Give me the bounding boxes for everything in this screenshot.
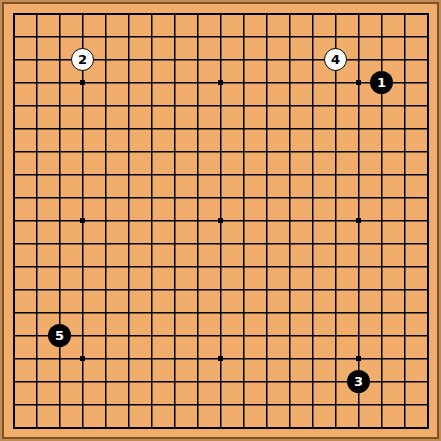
intersection-7-16[interactable] (140, 347, 163, 370)
intersection-2-7[interactable] (25, 140, 48, 163)
intersection-3-4[interactable] (48, 71, 71, 94)
intersection-2-15[interactable] (25, 324, 48, 347)
intersection-6-17[interactable] (117, 370, 140, 393)
intersection-6-19[interactable] (117, 416, 140, 439)
intersection-4-15[interactable] (71, 324, 94, 347)
intersection-11-15[interactable] (232, 324, 255, 347)
intersection-19-14[interactable] (416, 301, 439, 324)
intersection-8-13[interactable] (163, 278, 186, 301)
intersection-4-7[interactable] (71, 140, 94, 163)
intersection-5-5[interactable] (94, 94, 117, 117)
intersection-12-16[interactable] (255, 347, 278, 370)
intersection-16-11[interactable] (347, 232, 370, 255)
intersection-13-16[interactable] (278, 347, 301, 370)
intersection-14-12[interactable] (301, 255, 324, 278)
intersection-18-9[interactable] (393, 186, 416, 209)
intersection-9-17[interactable] (186, 370, 209, 393)
intersection-6-3[interactable] (117, 48, 140, 71)
intersection-7-7[interactable] (140, 140, 163, 163)
intersection-11-10[interactable] (232, 209, 255, 232)
intersection-13-3[interactable] (278, 48, 301, 71)
intersection-10-18[interactable] (209, 393, 232, 416)
intersection-6-7[interactable] (117, 140, 140, 163)
intersection-15-18[interactable] (324, 393, 347, 416)
intersection-9-18[interactable] (186, 393, 209, 416)
intersection-19-19[interactable] (416, 416, 439, 439)
intersection-3-5[interactable] (48, 94, 71, 117)
intersection-7-3[interactable] (140, 48, 163, 71)
intersection-1-15[interactable] (2, 324, 25, 347)
intersection-14-18[interactable] (301, 393, 324, 416)
intersection-15-4[interactable] (324, 71, 347, 94)
intersection-4-2[interactable] (71, 25, 94, 48)
intersection-3-12[interactable] (48, 255, 71, 278)
intersection-5-18[interactable] (94, 393, 117, 416)
intersection-19-12[interactable] (416, 255, 439, 278)
intersection-2-11[interactable] (25, 232, 48, 255)
intersection-12-10[interactable] (255, 209, 278, 232)
intersection-8-16[interactable] (163, 347, 186, 370)
intersection-6-4[interactable] (117, 71, 140, 94)
intersection-6-13[interactable] (117, 278, 140, 301)
intersection-19-4[interactable] (416, 71, 439, 94)
intersection-10-13[interactable] (209, 278, 232, 301)
intersection-1-17[interactable] (2, 370, 25, 393)
intersection-8-17[interactable] (163, 370, 186, 393)
intersection-1-8[interactable] (2, 163, 25, 186)
intersection-14-14[interactable] (301, 301, 324, 324)
intersection-8-12[interactable] (163, 255, 186, 278)
intersection-18-15[interactable] (393, 324, 416, 347)
intersection-15-7[interactable] (324, 140, 347, 163)
intersection-15-11[interactable] (324, 232, 347, 255)
intersection-1-16[interactable] (2, 347, 25, 370)
intersection-13-15[interactable] (278, 324, 301, 347)
intersection-17-16[interactable] (370, 347, 393, 370)
intersection-8-10[interactable] (163, 209, 186, 232)
intersection-17-7[interactable] (370, 140, 393, 163)
intersection-2-16[interactable] (25, 347, 48, 370)
intersection-11-1[interactable] (232, 2, 255, 25)
intersection-5-1[interactable] (94, 2, 117, 25)
intersection-8-8[interactable] (163, 163, 186, 186)
intersection-12-13[interactable] (255, 278, 278, 301)
intersection-7-17[interactable] (140, 370, 163, 393)
intersection-1-13[interactable] (2, 278, 25, 301)
intersection-1-18[interactable] (2, 393, 25, 416)
intersection-14-10[interactable] (301, 209, 324, 232)
intersection-9-14[interactable] (186, 301, 209, 324)
intersection-16-12[interactable] (347, 255, 370, 278)
intersection-11-19[interactable] (232, 416, 255, 439)
intersection-1-7[interactable] (2, 140, 25, 163)
intersection-5-13[interactable] (94, 278, 117, 301)
intersection-16-6[interactable] (347, 117, 370, 140)
intersection-17-11[interactable] (370, 232, 393, 255)
intersection-3-14[interactable] (48, 301, 71, 324)
intersection-19-3[interactable] (416, 48, 439, 71)
intersection-9-13[interactable] (186, 278, 209, 301)
intersection-15-3[interactable]: 4 (324, 48, 347, 71)
intersection-11-16[interactable] (232, 347, 255, 370)
intersection-13-11[interactable] (278, 232, 301, 255)
intersection-18-1[interactable] (393, 2, 416, 25)
intersection-12-15[interactable] (255, 324, 278, 347)
intersection-3-13[interactable] (48, 278, 71, 301)
intersection-5-15[interactable] (94, 324, 117, 347)
intersection-3-10[interactable] (48, 209, 71, 232)
intersection-3-18[interactable] (48, 393, 71, 416)
intersection-8-15[interactable] (163, 324, 186, 347)
intersection-17-13[interactable] (370, 278, 393, 301)
intersection-3-1[interactable] (48, 2, 71, 25)
intersection-6-16[interactable] (117, 347, 140, 370)
intersection-15-6[interactable] (324, 117, 347, 140)
intersection-11-18[interactable] (232, 393, 255, 416)
intersection-19-2[interactable] (416, 25, 439, 48)
intersection-11-6[interactable] (232, 117, 255, 140)
intersection-2-6[interactable] (25, 117, 48, 140)
intersection-4-11[interactable] (71, 232, 94, 255)
intersection-11-2[interactable] (232, 25, 255, 48)
intersection-4-19[interactable] (71, 416, 94, 439)
intersection-6-1[interactable] (117, 2, 140, 25)
intersection-8-4[interactable] (163, 71, 186, 94)
intersection-14-13[interactable] (301, 278, 324, 301)
intersection-10-7[interactable] (209, 140, 232, 163)
intersection-9-3[interactable] (186, 48, 209, 71)
intersection-6-6[interactable] (117, 117, 140, 140)
intersection-9-9[interactable] (186, 186, 209, 209)
intersection-12-2[interactable] (255, 25, 278, 48)
intersection-13-13[interactable] (278, 278, 301, 301)
intersection-12-14[interactable] (255, 301, 278, 324)
intersection-17-10[interactable] (370, 209, 393, 232)
intersection-4-18[interactable] (71, 393, 94, 416)
intersection-1-19[interactable] (2, 416, 25, 439)
intersection-10-4[interactable] (209, 71, 232, 94)
intersection-16-18[interactable] (347, 393, 370, 416)
intersection-14-7[interactable] (301, 140, 324, 163)
intersection-18-18[interactable] (393, 393, 416, 416)
intersection-3-9[interactable] (48, 186, 71, 209)
intersection-4-10[interactable] (71, 209, 94, 232)
intersection-11-11[interactable] (232, 232, 255, 255)
intersection-6-8[interactable] (117, 163, 140, 186)
intersection-5-10[interactable] (94, 209, 117, 232)
intersection-15-16[interactable] (324, 347, 347, 370)
intersection-5-6[interactable] (94, 117, 117, 140)
intersection-8-11[interactable] (163, 232, 186, 255)
intersection-1-1[interactable] (2, 2, 25, 25)
intersection-7-4[interactable] (140, 71, 163, 94)
intersection-14-6[interactable] (301, 117, 324, 140)
intersection-6-12[interactable] (117, 255, 140, 278)
intersection-16-5[interactable] (347, 94, 370, 117)
intersection-13-4[interactable] (278, 71, 301, 94)
intersection-11-4[interactable] (232, 71, 255, 94)
intersection-18-7[interactable] (393, 140, 416, 163)
intersection-18-16[interactable] (393, 347, 416, 370)
intersection-5-17[interactable] (94, 370, 117, 393)
intersection-17-2[interactable] (370, 25, 393, 48)
intersection-14-9[interactable] (301, 186, 324, 209)
intersection-19-6[interactable] (416, 117, 439, 140)
intersection-16-16[interactable] (347, 347, 370, 370)
intersection-7-5[interactable] (140, 94, 163, 117)
intersection-12-12[interactable] (255, 255, 278, 278)
intersection-10-16[interactable] (209, 347, 232, 370)
intersection-3-16[interactable] (48, 347, 71, 370)
intersection-8-18[interactable] (163, 393, 186, 416)
intersection-12-7[interactable] (255, 140, 278, 163)
intersection-4-5[interactable] (71, 94, 94, 117)
intersection-2-3[interactable] (25, 48, 48, 71)
intersection-11-3[interactable] (232, 48, 255, 71)
intersection-1-5[interactable] (2, 94, 25, 117)
intersection-10-8[interactable] (209, 163, 232, 186)
intersection-19-8[interactable] (416, 163, 439, 186)
intersection-19-18[interactable] (416, 393, 439, 416)
intersection-18-8[interactable] (393, 163, 416, 186)
intersection-12-4[interactable] (255, 71, 278, 94)
intersection-7-1[interactable] (140, 2, 163, 25)
intersection-17-18[interactable] (370, 393, 393, 416)
intersection-14-3[interactable] (301, 48, 324, 71)
intersection-19-16[interactable] (416, 347, 439, 370)
intersection-16-17[interactable]: 3 (347, 370, 370, 393)
intersection-18-4[interactable] (393, 71, 416, 94)
intersection-4-9[interactable] (71, 186, 94, 209)
intersection-10-17[interactable] (209, 370, 232, 393)
intersection-12-6[interactable] (255, 117, 278, 140)
intersection-15-5[interactable] (324, 94, 347, 117)
intersection-6-11[interactable] (117, 232, 140, 255)
intersection-3-15[interactable]: 5 (48, 324, 71, 347)
intersection-17-4[interactable]: 1 (370, 71, 393, 94)
intersection-17-17[interactable] (370, 370, 393, 393)
intersection-7-12[interactable] (140, 255, 163, 278)
intersection-12-1[interactable] (255, 2, 278, 25)
intersection-2-8[interactable] (25, 163, 48, 186)
intersection-8-6[interactable] (163, 117, 186, 140)
intersection-19-9[interactable] (416, 186, 439, 209)
intersection-2-9[interactable] (25, 186, 48, 209)
intersection-14-1[interactable] (301, 2, 324, 25)
intersection-10-3[interactable] (209, 48, 232, 71)
intersection-16-8[interactable] (347, 163, 370, 186)
intersection-3-11[interactable] (48, 232, 71, 255)
intersection-16-2[interactable] (347, 25, 370, 48)
intersection-17-14[interactable] (370, 301, 393, 324)
intersection-2-2[interactable] (25, 25, 48, 48)
intersection-13-12[interactable] (278, 255, 301, 278)
intersection-15-10[interactable] (324, 209, 347, 232)
intersection-4-16[interactable] (71, 347, 94, 370)
intersection-3-8[interactable] (48, 163, 71, 186)
intersection-1-3[interactable] (2, 48, 25, 71)
intersection-2-10[interactable] (25, 209, 48, 232)
intersection-4-6[interactable] (71, 117, 94, 140)
intersection-10-19[interactable] (209, 416, 232, 439)
intersection-5-14[interactable] (94, 301, 117, 324)
intersection-8-9[interactable] (163, 186, 186, 209)
intersection-13-8[interactable] (278, 163, 301, 186)
intersection-9-2[interactable] (186, 25, 209, 48)
intersection-1-6[interactable] (2, 117, 25, 140)
intersection-4-8[interactable] (71, 163, 94, 186)
intersection-4-14[interactable] (71, 301, 94, 324)
intersection-6-5[interactable] (117, 94, 140, 117)
intersection-8-5[interactable] (163, 94, 186, 117)
intersection-13-19[interactable] (278, 416, 301, 439)
intersection-10-5[interactable] (209, 94, 232, 117)
intersection-5-12[interactable] (94, 255, 117, 278)
intersection-7-15[interactable] (140, 324, 163, 347)
intersection-7-9[interactable] (140, 186, 163, 209)
intersection-1-12[interactable] (2, 255, 25, 278)
intersection-4-1[interactable] (71, 2, 94, 25)
intersection-13-2[interactable] (278, 25, 301, 48)
intersection-9-10[interactable] (186, 209, 209, 232)
intersection-13-5[interactable] (278, 94, 301, 117)
intersection-17-1[interactable] (370, 2, 393, 25)
intersection-14-11[interactable] (301, 232, 324, 255)
intersection-16-13[interactable] (347, 278, 370, 301)
intersection-4-12[interactable] (71, 255, 94, 278)
intersection-7-6[interactable] (140, 117, 163, 140)
intersection-3-6[interactable] (48, 117, 71, 140)
intersection-11-14[interactable] (232, 301, 255, 324)
intersection-15-12[interactable] (324, 255, 347, 278)
intersection-18-12[interactable] (393, 255, 416, 278)
intersection-7-13[interactable] (140, 278, 163, 301)
intersection-11-5[interactable] (232, 94, 255, 117)
intersection-2-1[interactable] (25, 2, 48, 25)
intersection-14-15[interactable] (301, 324, 324, 347)
intersection-6-10[interactable] (117, 209, 140, 232)
intersection-14-5[interactable] (301, 94, 324, 117)
intersection-6-18[interactable] (117, 393, 140, 416)
intersection-13-9[interactable] (278, 186, 301, 209)
intersection-11-13[interactable] (232, 278, 255, 301)
intersection-2-18[interactable] (25, 393, 48, 416)
intersection-14-8[interactable] (301, 163, 324, 186)
intersection-7-10[interactable] (140, 209, 163, 232)
intersection-2-4[interactable] (25, 71, 48, 94)
intersection-16-14[interactable] (347, 301, 370, 324)
intersection-10-6[interactable] (209, 117, 232, 140)
intersection-15-14[interactable] (324, 301, 347, 324)
intersection-1-2[interactable] (2, 25, 25, 48)
intersection-8-1[interactable] (163, 2, 186, 25)
intersection-16-7[interactable] (347, 140, 370, 163)
intersection-2-19[interactable] (25, 416, 48, 439)
intersection-13-18[interactable] (278, 393, 301, 416)
intersection-3-3[interactable] (48, 48, 71, 71)
intersection-10-15[interactable] (209, 324, 232, 347)
intersection-1-9[interactable] (2, 186, 25, 209)
intersection-5-2[interactable] (94, 25, 117, 48)
intersection-3-17[interactable] (48, 370, 71, 393)
intersection-19-5[interactable] (416, 94, 439, 117)
intersection-19-10[interactable] (416, 209, 439, 232)
intersection-5-7[interactable] (94, 140, 117, 163)
intersection-19-15[interactable] (416, 324, 439, 347)
intersection-14-17[interactable] (301, 370, 324, 393)
intersection-7-14[interactable] (140, 301, 163, 324)
intersection-1-10[interactable] (2, 209, 25, 232)
intersection-11-17[interactable] (232, 370, 255, 393)
intersection-10-11[interactable] (209, 232, 232, 255)
intersection-14-19[interactable] (301, 416, 324, 439)
intersection-11-8[interactable] (232, 163, 255, 186)
intersection-10-14[interactable] (209, 301, 232, 324)
intersection-15-8[interactable] (324, 163, 347, 186)
intersection-13-7[interactable] (278, 140, 301, 163)
intersection-4-17[interactable] (71, 370, 94, 393)
intersection-17-3[interactable] (370, 48, 393, 71)
intersection-7-19[interactable] (140, 416, 163, 439)
intersection-16-4[interactable] (347, 71, 370, 94)
intersection-4-13[interactable] (71, 278, 94, 301)
intersection-13-17[interactable] (278, 370, 301, 393)
intersection-17-15[interactable] (370, 324, 393, 347)
intersection-14-4[interactable] (301, 71, 324, 94)
intersection-5-4[interactable] (94, 71, 117, 94)
intersection-17-8[interactable] (370, 163, 393, 186)
intersection-10-1[interactable] (209, 2, 232, 25)
intersection-12-3[interactable] (255, 48, 278, 71)
intersection-5-9[interactable] (94, 186, 117, 209)
intersection-11-9[interactable] (232, 186, 255, 209)
intersection-16-3[interactable] (347, 48, 370, 71)
intersection-9-15[interactable] (186, 324, 209, 347)
intersection-10-10[interactable] (209, 209, 232, 232)
intersection-13-1[interactable] (278, 2, 301, 25)
intersection-1-4[interactable] (2, 71, 25, 94)
intersection-10-2[interactable] (209, 25, 232, 48)
intersection-5-3[interactable] (94, 48, 117, 71)
intersection-13-10[interactable] (278, 209, 301, 232)
intersection-9-4[interactable] (186, 71, 209, 94)
intersection-9-1[interactable] (186, 2, 209, 25)
intersection-8-2[interactable] (163, 25, 186, 48)
intersection-10-12[interactable] (209, 255, 232, 278)
intersection-19-13[interactable] (416, 278, 439, 301)
intersection-19-7[interactable] (416, 140, 439, 163)
intersection-12-5[interactable] (255, 94, 278, 117)
intersection-18-5[interactable] (393, 94, 416, 117)
intersection-5-8[interactable] (94, 163, 117, 186)
intersection-15-13[interactable] (324, 278, 347, 301)
intersection-9-16[interactable] (186, 347, 209, 370)
intersection-18-2[interactable] (393, 25, 416, 48)
intersection-4-4[interactable] (71, 71, 94, 94)
intersection-15-19[interactable] (324, 416, 347, 439)
intersection-5-16[interactable] (94, 347, 117, 370)
intersection-15-1[interactable] (324, 2, 347, 25)
intersection-17-19[interactable] (370, 416, 393, 439)
intersection-5-11[interactable] (94, 232, 117, 255)
intersection-18-6[interactable] (393, 117, 416, 140)
intersection-13-6[interactable] (278, 117, 301, 140)
intersection-17-6[interactable] (370, 117, 393, 140)
intersection-12-11[interactable] (255, 232, 278, 255)
intersection-15-9[interactable] (324, 186, 347, 209)
intersection-14-2[interactable] (301, 25, 324, 48)
intersection-1-14[interactable] (2, 301, 25, 324)
